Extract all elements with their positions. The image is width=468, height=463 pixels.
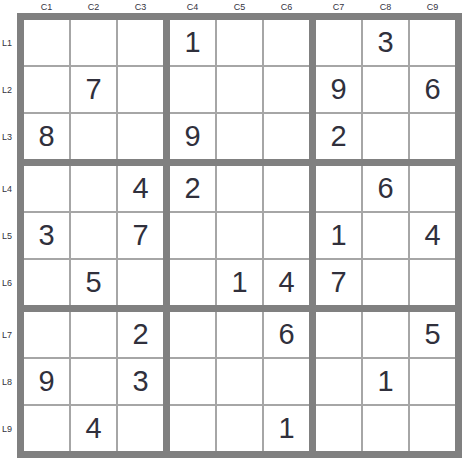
cell-L4C5[interactable]: [217, 166, 262, 211]
row-labels: L1L2L3L4L5L6L7L8L9: [0, 13, 17, 458]
cell-L8C4[interactable]: [170, 359, 215, 404]
corner-spacer: [0, 0, 17, 13]
cell-L7C5[interactable]: [217, 312, 262, 357]
column-label-C9: C9: [410, 0, 455, 13]
row-label-L5: L5: [0, 213, 17, 258]
cell-L4C2[interactable]: [71, 166, 116, 211]
cell-L6C1[interactable]: [24, 260, 69, 305]
cell-L5C8[interactable]: [363, 213, 408, 258]
cell-L2C2[interactable]: 7: [71, 67, 116, 112]
cell-L7C7[interactable]: [316, 312, 361, 357]
column-label-C1: C1: [24, 0, 69, 13]
cell-L7C8[interactable]: [363, 312, 408, 357]
cell-L9C2[interactable]: 4: [71, 406, 116, 451]
cell-L3C3[interactable]: [118, 114, 163, 159]
sudoku-page: C1C2C3C4C5C6C7C8C9 L1L2L3L4L5L6L7L8L9 78…: [0, 0, 468, 463]
cell-L6C9[interactable]: [410, 260, 455, 305]
column-label-C2: C2: [71, 0, 116, 13]
cell-L7C9[interactable]: 5: [410, 312, 455, 357]
cell-L4C7[interactable]: [316, 166, 361, 211]
cell-L6C5[interactable]: 1: [217, 260, 262, 305]
cell-L3C9[interactable]: [410, 114, 455, 159]
row-label-group: L1L2L3: [0, 20, 17, 159]
cell-L2C8[interactable]: [363, 67, 408, 112]
cell-L8C7[interactable]: [316, 359, 361, 404]
cell-L1C5[interactable]: [217, 20, 262, 65]
column-label-C7: C7: [316, 0, 361, 13]
cell-L1C6[interactable]: [264, 20, 309, 65]
cell-L2C1[interactable]: [24, 67, 69, 112]
cell-L8C1[interactable]: 9: [24, 359, 69, 404]
column-label-group: C1C2C3: [24, 0, 163, 13]
column-label-C6: C6: [264, 0, 309, 13]
cell-L6C4[interactable]: [170, 260, 215, 305]
cell-L3C1[interactable]: 8: [24, 114, 69, 159]
cell-L7C6[interactable]: 6: [264, 312, 309, 357]
sudoku-box-3: 3962: [316, 20, 455, 159]
cell-L7C2[interactable]: [71, 312, 116, 357]
cell-L9C6[interactable]: 1: [264, 406, 309, 451]
cell-L5C1[interactable]: 3: [24, 213, 69, 258]
cell-L9C5[interactable]: [217, 406, 262, 451]
cell-L7C4[interactable]: [170, 312, 215, 357]
row-label-group: L4L5L6: [0, 166, 17, 305]
cell-L6C6[interactable]: 4: [264, 260, 309, 305]
cell-L8C3[interactable]: 3: [118, 359, 163, 404]
row-label-L9: L9: [0, 406, 17, 451]
cell-L9C3[interactable]: [118, 406, 163, 451]
row-label-group: L7L8L9: [0, 312, 17, 451]
cell-L5C7[interactable]: 1: [316, 213, 361, 258]
cell-L6C8[interactable]: [363, 260, 408, 305]
sudoku-board: 781939624375214614729346151: [17, 13, 462, 458]
cell-L4C6[interactable]: [264, 166, 309, 211]
cell-L3C6[interactable]: [264, 114, 309, 159]
cell-L6C7[interactable]: 7: [316, 260, 361, 305]
cell-L3C2[interactable]: [71, 114, 116, 159]
cell-L5C3[interactable]: 7: [118, 213, 163, 258]
cell-L4C9[interactable]: [410, 166, 455, 211]
cell-L2C7[interactable]: 9: [316, 67, 361, 112]
row-label-L7: L7: [0, 312, 17, 357]
sudoku-box-2: 19: [170, 20, 309, 159]
cell-L4C1[interactable]: [24, 166, 69, 211]
cell-L3C8[interactable]: [363, 114, 408, 159]
column-label-C4: C4: [170, 0, 215, 13]
sudoku-box-8: 61: [170, 312, 309, 451]
cell-L6C3[interactable]: [118, 260, 163, 305]
cell-L1C8[interactable]: 3: [363, 20, 408, 65]
row-label-L8: L8: [0, 359, 17, 404]
column-label-C8: C8: [363, 0, 408, 13]
cell-L8C5[interactable]: [217, 359, 262, 404]
sudoku-box-9: 51: [316, 312, 455, 451]
cell-L1C1[interactable]: [24, 20, 69, 65]
cell-L4C3[interactable]: 4: [118, 166, 163, 211]
cell-L9C7[interactable]: [316, 406, 361, 451]
cell-L1C7[interactable]: [316, 20, 361, 65]
cell-L9C1[interactable]: [24, 406, 69, 451]
cell-L3C7[interactable]: 2: [316, 114, 361, 159]
sudoku-box-7: 2934: [24, 312, 163, 451]
row-label-L6: L6: [0, 260, 17, 305]
column-label-C5: C5: [217, 0, 262, 13]
cell-L9C9[interactable]: [410, 406, 455, 451]
cell-L8C8[interactable]: 1: [363, 359, 408, 404]
cell-L1C9[interactable]: [410, 20, 455, 65]
sudoku-box-1: 78: [24, 20, 163, 159]
cell-L2C6[interactable]: [264, 67, 309, 112]
cell-L1C3[interactable]: [118, 20, 163, 65]
cell-L5C4[interactable]: [170, 213, 215, 258]
column-label-group: C7C8C9: [316, 0, 455, 13]
cell-L4C8[interactable]: 6: [363, 166, 408, 211]
cell-L2C9[interactable]: 6: [410, 67, 455, 112]
sudoku-layout: C1C2C3C4C5C6C7C8C9 L1L2L3L4L5L6L7L8L9 78…: [0, 0, 468, 458]
row-label-L2: L2: [0, 67, 17, 112]
cell-L5C6[interactable]: [264, 213, 309, 258]
cell-L3C4[interactable]: 9: [170, 114, 215, 159]
column-label-group: C4C5C6: [170, 0, 309, 13]
cell-L1C2[interactable]: [71, 20, 116, 65]
cell-L5C9[interactable]: 4: [410, 213, 455, 258]
cell-L2C3[interactable]: [118, 67, 163, 112]
cell-L2C4[interactable]: [170, 67, 215, 112]
cell-L9C4[interactable]: [170, 406, 215, 451]
sudoku-box-4: 4375: [24, 166, 163, 305]
row-label-L1: L1: [0, 20, 17, 65]
cell-L9C8[interactable]: [363, 406, 408, 451]
cell-L7C1[interactable]: [24, 312, 69, 357]
row-label-L4: L4: [0, 166, 17, 211]
sudoku-box-5: 214: [170, 166, 309, 305]
cell-L2C5[interactable]: [217, 67, 262, 112]
cell-L8C6[interactable]: [264, 359, 309, 404]
cell-L7C3[interactable]: 2: [118, 312, 163, 357]
cell-L3C5[interactable]: [217, 114, 262, 159]
cell-L4C4[interactable]: 2: [170, 166, 215, 211]
row-label-L3: L3: [0, 114, 17, 159]
cell-L8C2[interactable]: [71, 359, 116, 404]
column-label-C3: C3: [118, 0, 163, 13]
cell-L5C5[interactable]: [217, 213, 262, 258]
sudoku-box-6: 6147: [316, 166, 455, 305]
column-labels: C1C2C3C4C5C6C7C8C9: [17, 0, 462, 13]
cell-L6C2[interactable]: 5: [71, 260, 116, 305]
cell-L1C4[interactable]: 1: [170, 20, 215, 65]
cell-L8C9[interactable]: [410, 359, 455, 404]
cell-L5C2[interactable]: [71, 213, 116, 258]
